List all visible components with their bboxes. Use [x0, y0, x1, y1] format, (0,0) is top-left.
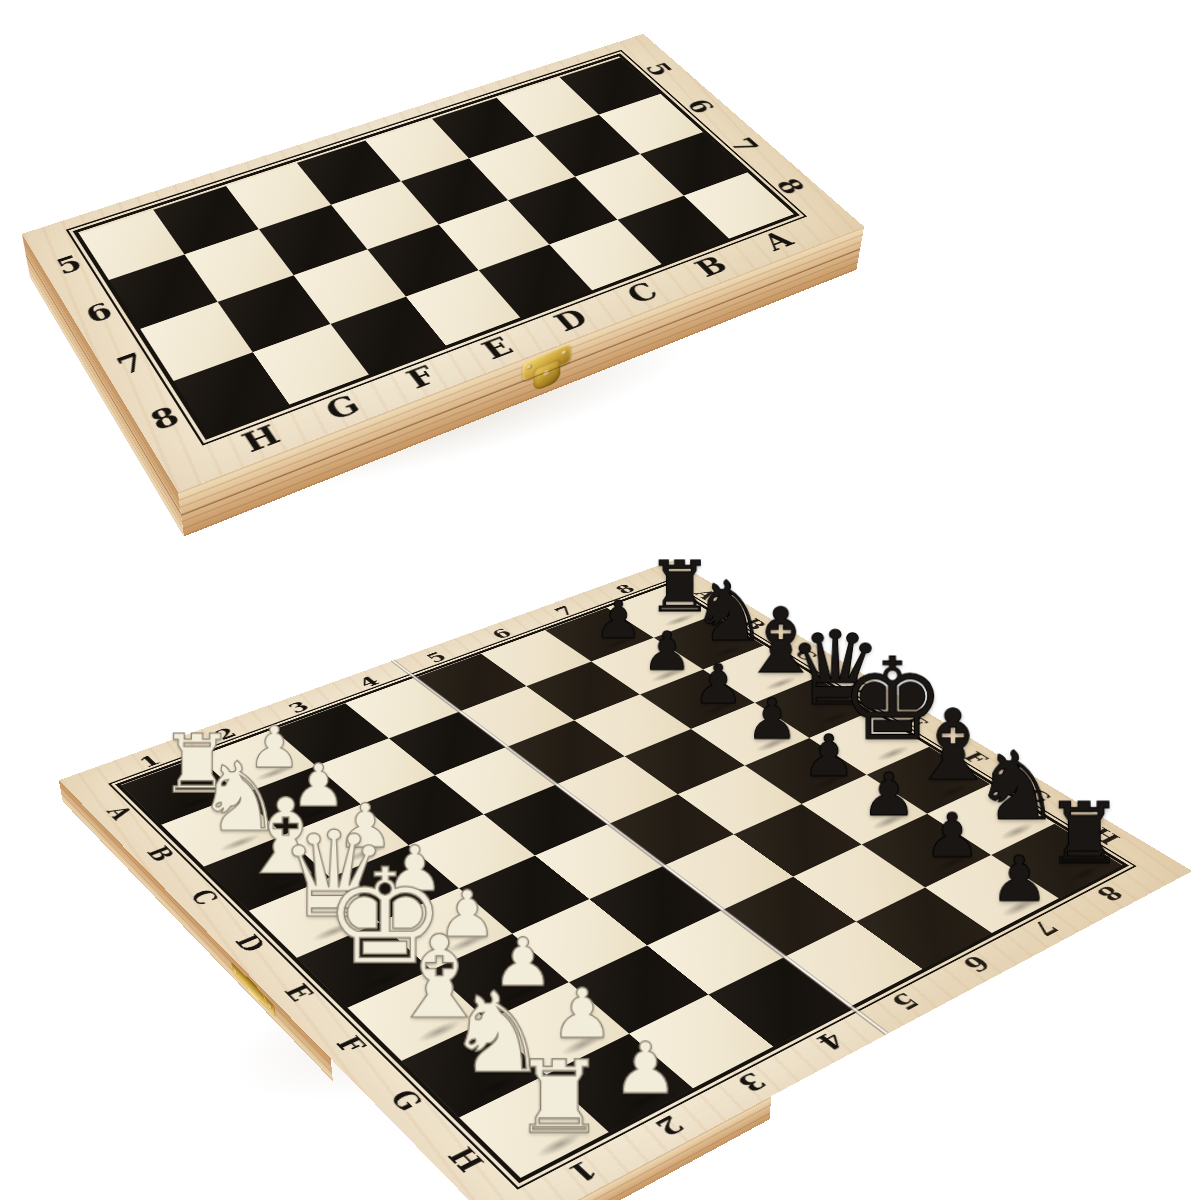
file-label-f: F [400, 360, 442, 394]
rank-label-6: 6 [680, 96, 721, 117]
file-label-c: C [620, 277, 665, 309]
open-board-view: 12345678A♜♟♟♜AB♞♟♟♞BC♝♟♟♝CD♛♟♟♛DE♚♟♟♚EF♝… [8, 415, 1200, 1200]
file-label-left-d: D [228, 931, 271, 957]
open-board-top-face: 12345678A♜♟♟♜AB♞♟♟♞BC♝♟♟♝CD♛♟♟♛DE♚♟♟♚EF♝… [59, 560, 1192, 1200]
rank-label-5: 5 [51, 250, 87, 279]
rank-label-top-4: 4 [354, 673, 384, 690]
file-label-left-c: C [183, 886, 224, 909]
rank-label-5: 5 [639, 60, 679, 80]
rank-label-8: 8 [769, 175, 812, 198]
file-label-left-e: E [277, 980, 320, 1006]
file-label-left-a: A [100, 803, 138, 823]
file-label-d: D [547, 303, 594, 336]
product-photo: 55667788HGFEDCBA 12345678A♜♟♟♜AB♞♟♟♞BC♝ [0, 0, 1200, 1200]
file-label-left-b: B [140, 843, 180, 865]
rank-label-6: 6 [80, 297, 117, 328]
open-chess-board: 12345678A♜♟♟♜AB♞♟♟♞BC♝♟♟♝CD♛♟♟♛DE♚♟♟♚EF♝… [61, 570, 1190, 1200]
rank-label-top-5: 5 [422, 649, 452, 666]
file-label-a: A [756, 226, 800, 255]
black-pawn-h7: ♟ [935, 848, 1104, 911]
white-rook-h1: ♜ [462, 1048, 657, 1148]
rank-label-bottom-4: 4 [810, 1027, 851, 1055]
rank-label-bottom-6: 6 [956, 951, 996, 976]
rank-label-7: 7 [723, 134, 765, 156]
rank-label-bottom-5: 5 [885, 988, 926, 1015]
rank-label-bottom-7: 7 [1025, 916, 1065, 940]
file-label-left-f: F [329, 1032, 372, 1058]
rank-label-top-6: 6 [487, 626, 517, 642]
file-label-e: E [475, 331, 519, 364]
square-c4 [435, 747, 556, 814]
rank-label-7: 7 [111, 347, 150, 380]
screw-icon [526, 363, 532, 370]
file-label-b: B [688, 251, 734, 282]
rank-label-bottom-1: 1 [561, 1155, 604, 1187]
box-margin [547, 45, 621, 77]
